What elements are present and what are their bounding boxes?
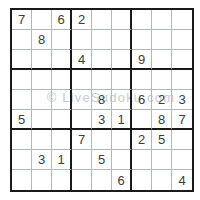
cell-r2c9[interactable] (172, 30, 192, 50)
cell-r6c5[interactable]: 3 (92, 110, 112, 130)
cell-r9c6[interactable]: 6 (112, 170, 132, 190)
cell-r8c3[interactable]: 1 (52, 150, 72, 170)
cell-r4c2[interactable] (32, 70, 52, 90)
cell-r8c9[interactable] (172, 150, 192, 170)
cell-r3c5[interactable] (92, 50, 112, 70)
cell-r4c1[interactable] (12, 70, 32, 90)
cell-r3c3[interactable] (52, 50, 72, 70)
cell-r9c2[interactable] (32, 170, 52, 190)
cell-r9c5[interactable] (92, 170, 112, 190)
cell-r3c1[interactable] (12, 50, 32, 70)
cell-r6c4[interactable] (72, 110, 92, 130)
cell-r5c5[interactable]: 8 (92, 90, 112, 110)
cell-r6c1[interactable]: 5 (12, 110, 32, 130)
cell-r2c5[interactable] (92, 30, 112, 50)
cell-r1c7[interactable] (132, 10, 152, 30)
cell-r7c3[interactable] (52, 130, 72, 150)
cell-r3c8[interactable] (152, 50, 172, 70)
cell-r5c1[interactable] (12, 90, 32, 110)
cell-r9c7[interactable] (132, 170, 152, 190)
cell-r2c2[interactable]: 8 (32, 30, 52, 50)
cell-r9c1[interactable] (12, 170, 32, 190)
cell-r5c9[interactable]: 3 (172, 90, 192, 110)
cell-r1c3[interactable]: 6 (52, 10, 72, 30)
cell-r6c8[interactable]: 8 (152, 110, 172, 130)
cell-r8c2[interactable]: 3 (32, 150, 52, 170)
cell-r4c7[interactable] (132, 70, 152, 90)
cell-r1c5[interactable] (92, 10, 112, 30)
cell-r6c6[interactable]: 1 (112, 110, 132, 130)
cell-r2c6[interactable] (112, 30, 132, 50)
cell-r9c9[interactable]: 4 (172, 170, 192, 190)
cell-r5c8[interactable]: 2 (152, 90, 172, 110)
cell-r2c3[interactable] (52, 30, 72, 50)
cell-r1c2[interactable] (32, 10, 52, 30)
cell-r7c2[interactable] (32, 130, 52, 150)
cell-r4c5[interactable] (92, 70, 112, 90)
cell-r1c8[interactable] (152, 10, 172, 30)
cell-r7c6[interactable] (112, 130, 132, 150)
cell-r3c2[interactable] (32, 50, 52, 70)
sudoku-board: © LiveSudoku.com 76284986235318772531564 (10, 8, 194, 192)
cell-r6c2[interactable] (32, 110, 52, 130)
cell-r9c4[interactable] (72, 170, 92, 190)
cell-r5c7[interactable]: 6 (132, 90, 152, 110)
sudoku-page: © LiveSudoku.com 76284986235318772531564 (0, 0, 200, 200)
cell-r8c6[interactable] (112, 150, 132, 170)
cell-r4c8[interactable] (152, 70, 172, 90)
cell-r3c7[interactable]: 9 (132, 50, 152, 70)
cell-r8c5[interactable]: 5 (92, 150, 112, 170)
cell-r6c3[interactable] (52, 110, 72, 130)
cell-r5c6[interactable] (112, 90, 132, 110)
cell-r1c4[interactable]: 2 (72, 10, 92, 30)
cell-r5c3[interactable] (52, 90, 72, 110)
cell-r8c8[interactable] (152, 150, 172, 170)
cell-r4c6[interactable] (112, 70, 132, 90)
cell-r2c1[interactable] (12, 30, 32, 50)
cell-r8c4[interactable] (72, 150, 92, 170)
cell-r7c8[interactable]: 5 (152, 130, 172, 150)
cell-r9c8[interactable] (152, 170, 172, 190)
cell-r8c1[interactable] (12, 150, 32, 170)
cell-r7c5[interactable] (92, 130, 112, 150)
cell-r6c7[interactable] (132, 110, 152, 130)
cell-r3c4[interactable]: 4 (72, 50, 92, 70)
cell-r7c7[interactable]: 2 (132, 130, 152, 150)
cell-r1c9[interactable] (172, 10, 192, 30)
cell-r7c4[interactable]: 7 (72, 130, 92, 150)
cell-r6c9[interactable]: 7 (172, 110, 192, 130)
cell-r9c3[interactable] (52, 170, 72, 190)
cell-r1c6[interactable] (112, 10, 132, 30)
cell-r3c6[interactable] (112, 50, 132, 70)
cell-r7c9[interactable] (172, 130, 192, 150)
cell-r1c1[interactable]: 7 (12, 10, 32, 30)
cell-r5c2[interactable] (32, 90, 52, 110)
cell-r3c9[interactable] (172, 50, 192, 70)
cell-r2c7[interactable] (132, 30, 152, 50)
cell-r7c1[interactable] (12, 130, 32, 150)
cell-r4c4[interactable] (72, 70, 92, 90)
cell-r5c4[interactable] (72, 90, 92, 110)
cell-r4c3[interactable] (52, 70, 72, 90)
cell-r4c9[interactable] (172, 70, 192, 90)
sudoku-grid: 76284986235318772531564 (12, 10, 192, 190)
cell-r2c4[interactable] (72, 30, 92, 50)
cell-r2c8[interactable] (152, 30, 172, 50)
cell-r8c7[interactable] (132, 150, 152, 170)
